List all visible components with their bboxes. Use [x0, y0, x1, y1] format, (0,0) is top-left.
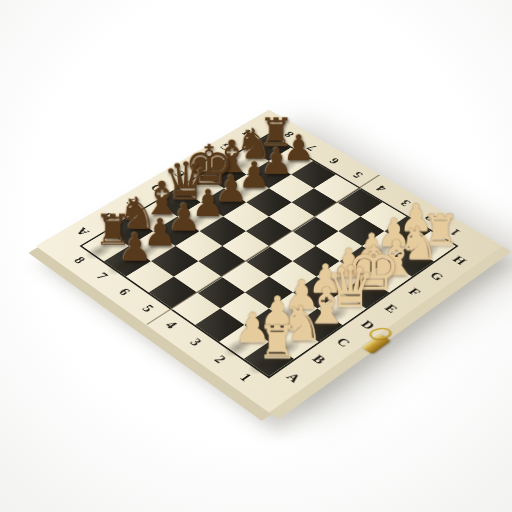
piece-white-rook-a1: ♜: [245, 321, 310, 364]
square-a1: ♜: [244, 342, 294, 377]
chess-set-photo-scene: 87654321 87654321 ABCDEFGH ABCDEFGH ♜♞♝♛…: [0, 0, 512, 512]
squares-grid: ♜♞♝♛♚♝♞♜♟♟♟♟♟♟♟♟♟♟♟♟♟♟♟♟♜♞♝♛♚♝♞♜: [79, 133, 458, 378]
chess-board: 87654321 87654321 ABCDEFGH ABCDEFGH ♜♞♝♛…: [36, 110, 503, 413]
file-label-a: A: [270, 361, 317, 394]
piece-black-pawn-a7: ♟: [104, 229, 165, 266]
